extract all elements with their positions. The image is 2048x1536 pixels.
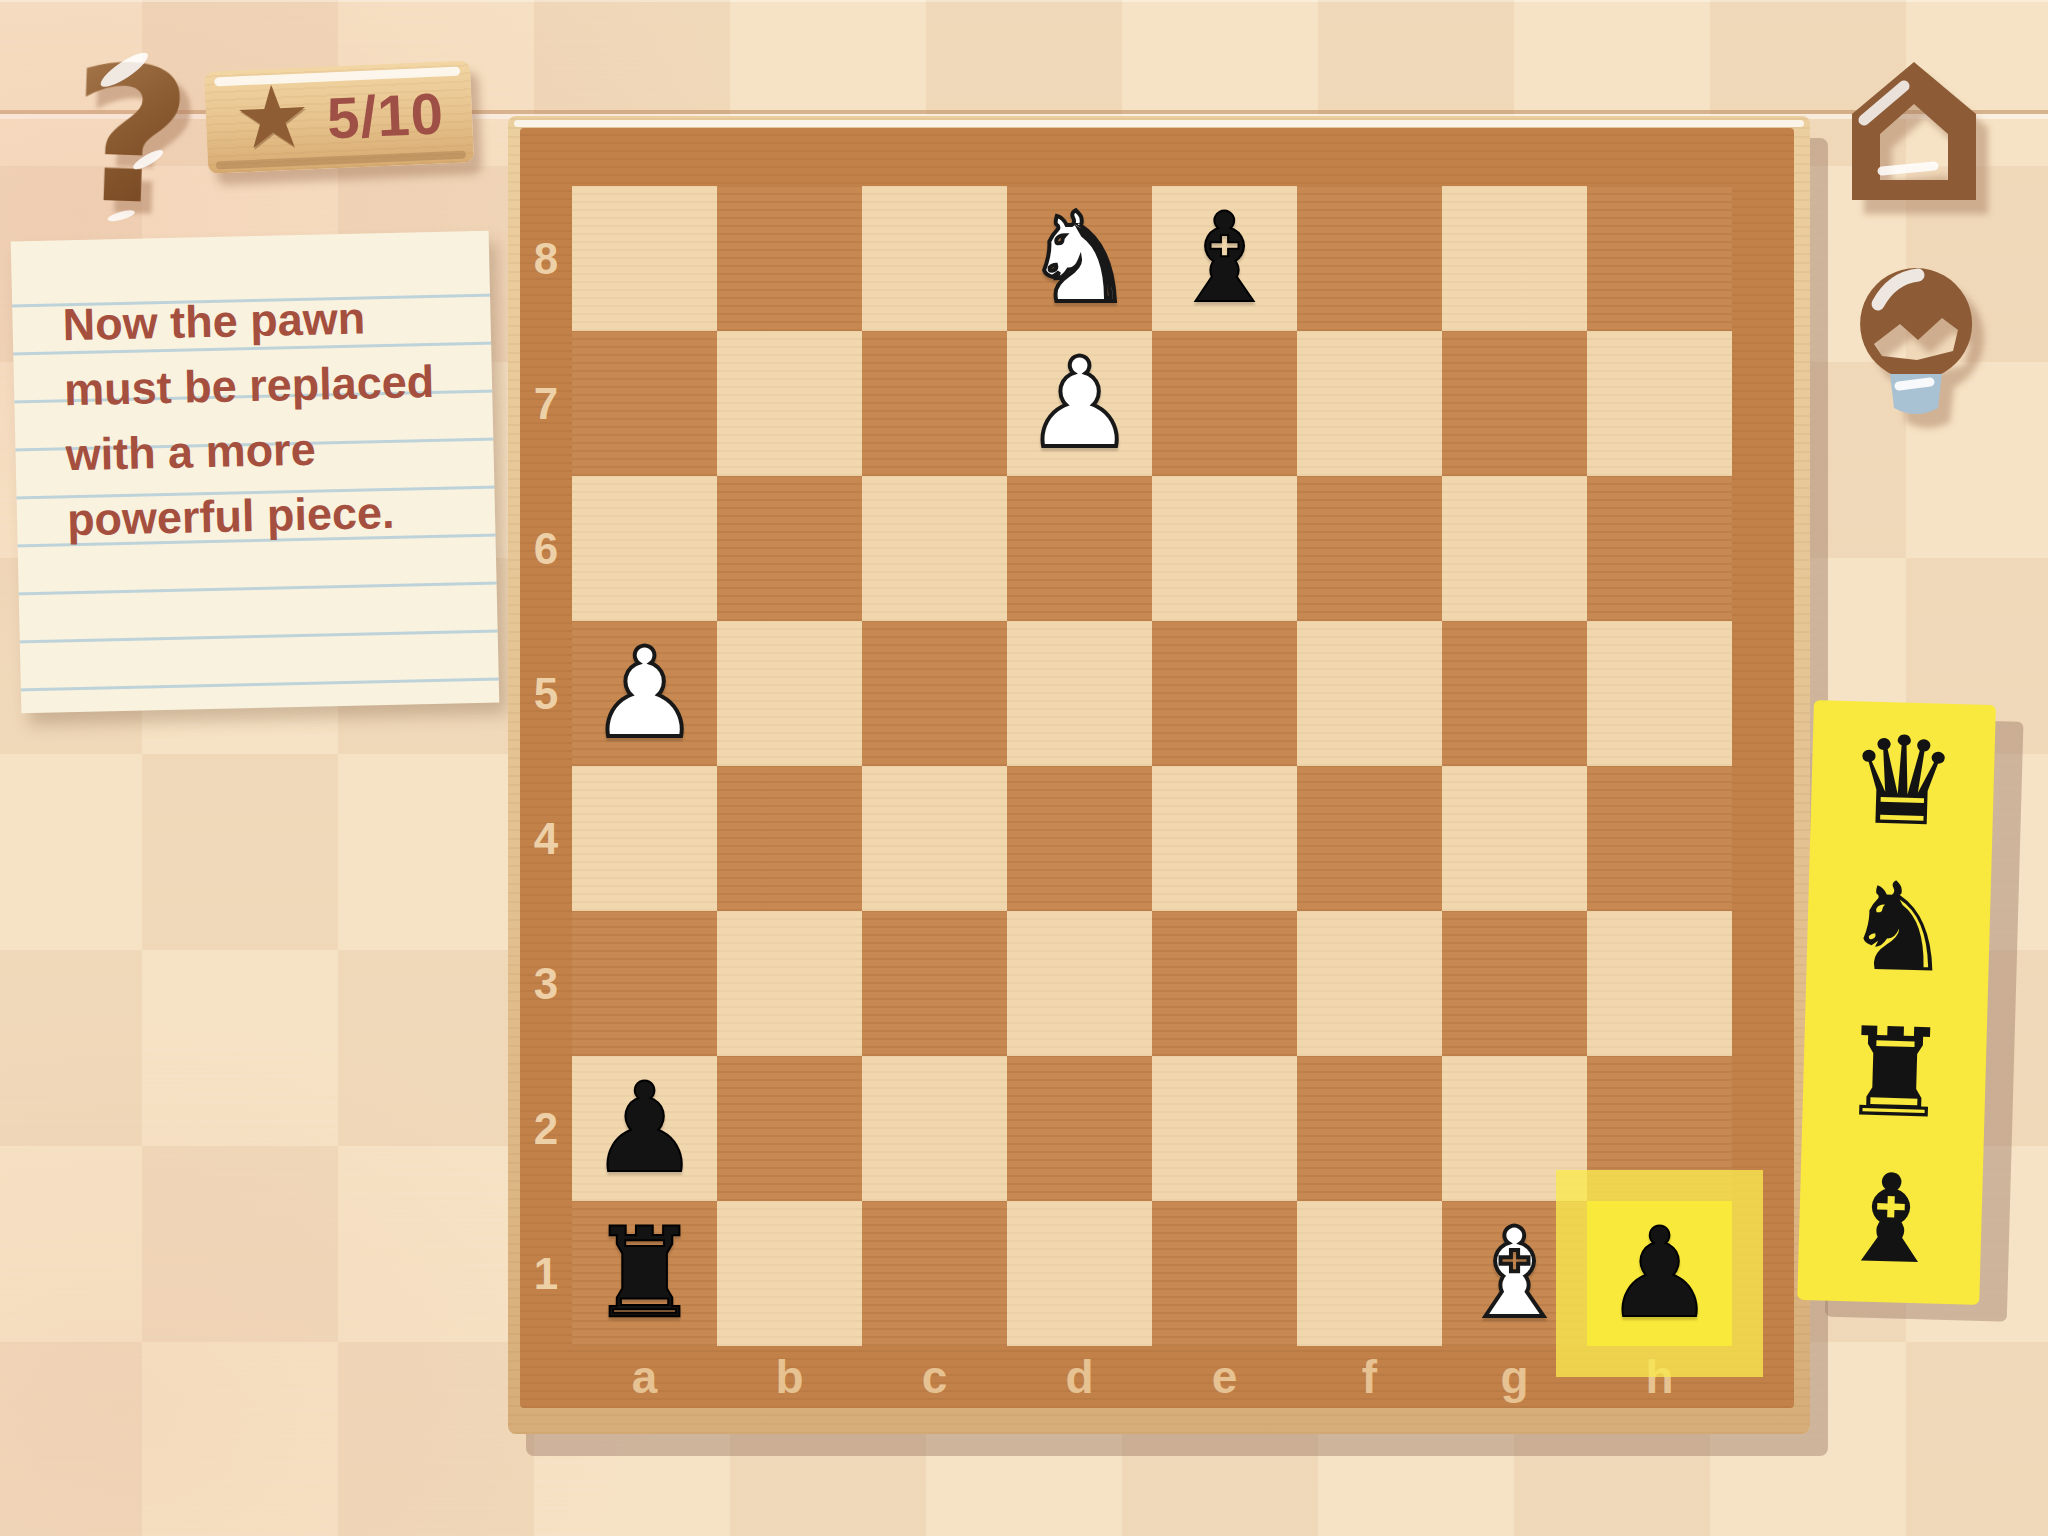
square-e4[interactable] <box>1152 766 1297 911</box>
square-g7[interactable] <box>1442 331 1587 476</box>
square-c5[interactable] <box>862 621 1007 766</box>
star-icon: ★ <box>232 72 313 161</box>
square-d4[interactable] <box>1007 766 1152 911</box>
file-label-e: e <box>1152 1346 1297 1408</box>
app-canvas: ? ★ 5/10 Now the pawnmust be replacedwit… <box>0 0 2048 1536</box>
square-g3[interactable] <box>1442 911 1587 1056</box>
square-e2[interactable] <box>1152 1056 1297 1201</box>
square-a8[interactable] <box>572 186 717 331</box>
square-c3[interactable] <box>862 911 1007 1056</box>
square-b4[interactable] <box>717 766 862 911</box>
square-h3[interactable] <box>1587 911 1732 1056</box>
square-f7[interactable] <box>1297 331 1442 476</box>
square-a4[interactable] <box>572 766 717 911</box>
square-e6[interactable] <box>1152 476 1297 621</box>
rank-label-7: 7 <box>520 331 572 476</box>
square-g6[interactable] <box>1442 476 1587 621</box>
piece-black-rook-a1[interactable]: ♜ <box>572 1201 717 1346</box>
square-f5[interactable] <box>1297 621 1442 766</box>
square-g5[interactable] <box>1442 621 1587 766</box>
piece-black-bishop-e8[interactable]: ♝ <box>1152 186 1297 331</box>
lightbulb-icon <box>1856 262 1978 424</box>
file-label-c: c <box>862 1346 1007 1408</box>
piece-black-pawn-h1[interactable]: ♟ <box>1587 1201 1732 1346</box>
square-d6[interactable] <box>1007 476 1152 621</box>
square-a3[interactable] <box>572 911 717 1056</box>
square-h8[interactable] <box>1587 186 1732 331</box>
promotion-panel: ♛♞♜♝ <box>1797 700 1996 1305</box>
note-line: must be replaced <box>63 348 476 422</box>
note-line: with a more <box>65 413 478 487</box>
file-label-d: d <box>1007 1346 1152 1408</box>
square-a7[interactable] <box>572 331 717 476</box>
file-label-f: f <box>1297 1346 1442 1408</box>
square-b6[interactable] <box>717 476 862 621</box>
rank-label-1: 1 <box>520 1201 572 1346</box>
square-g8[interactable] <box>1442 186 1587 331</box>
square-c6[interactable] <box>862 476 1007 621</box>
square-b7[interactable] <box>717 331 862 476</box>
square-f4[interactable] <box>1297 766 1442 911</box>
square-c2[interactable] <box>862 1056 1007 1201</box>
square-c4[interactable] <box>862 766 1007 911</box>
progress-count: 5/10 <box>326 79 446 151</box>
promotion-option-knight[interactable]: ♞ <box>1806 860 1992 995</box>
square-f8[interactable] <box>1297 186 1442 331</box>
square-h6[interactable] <box>1587 476 1732 621</box>
square-d5[interactable] <box>1007 621 1152 766</box>
square-h4[interactable] <box>1587 766 1732 911</box>
piece-black-pawn-a2[interactable]: ♟ <box>572 1056 717 1201</box>
rank-label-4: 4 <box>520 766 572 911</box>
square-a6[interactable] <box>572 476 717 621</box>
hint-button[interactable] <box>1856 262 1978 428</box>
home-icon <box>1846 58 1982 206</box>
square-d1[interactable] <box>1007 1201 1152 1346</box>
square-c1[interactable] <box>862 1201 1007 1346</box>
square-e5[interactable] <box>1152 621 1297 766</box>
file-label-b: b <box>717 1346 862 1408</box>
square-b1[interactable] <box>717 1201 862 1346</box>
promotion-option-queen[interactable]: ♛ <box>1810 714 1996 849</box>
rank-label-6: 6 <box>520 476 572 621</box>
rank-label-5: 5 <box>520 621 572 766</box>
square-e3[interactable] <box>1152 911 1297 1056</box>
square-h7[interactable] <box>1587 331 1732 476</box>
promotion-option-rook[interactable]: ♜ <box>1802 1006 1988 1141</box>
square-b8[interactable] <box>717 186 862 331</box>
square-f2[interactable] <box>1297 1056 1442 1201</box>
piece-white-pawn-d7[interactable]: ♟ <box>1007 331 1152 476</box>
rank-label-3: 3 <box>520 911 572 1056</box>
piece-white-bishop-g1[interactable]: ♝ <box>1442 1201 1587 1346</box>
piece-white-pawn-a5[interactable]: ♟ <box>572 621 717 766</box>
note-line: Now the pawn <box>62 283 475 357</box>
square-b2[interactable] <box>717 1056 862 1201</box>
square-f6[interactable] <box>1297 476 1442 621</box>
square-e1[interactable] <box>1152 1201 1297 1346</box>
rank-label-2: 2 <box>520 1056 572 1201</box>
square-g4[interactable] <box>1442 766 1587 911</box>
file-label-a: a <box>572 1346 717 1408</box>
home-button[interactable] <box>1846 58 1982 210</box>
square-f3[interactable] <box>1297 911 1442 1056</box>
chess-board: 87654321abcdefgh♞♝♟♟♟♜♝♟ <box>508 116 1810 1434</box>
board-border: 87654321abcdefgh♞♝♟♟♟♜♝♟ <box>520 128 1794 1408</box>
help-button[interactable]: ? <box>67 34 194 238</box>
square-b5[interactable] <box>717 621 862 766</box>
lesson-note: Now the pawnmust be replacedwith a morep… <box>11 231 500 714</box>
square-c7[interactable] <box>862 331 1007 476</box>
square-d3[interactable] <box>1007 911 1152 1056</box>
promotion-option-bishop[interactable]: ♝ <box>1798 1152 1984 1287</box>
note-line: powerful piece. <box>66 478 479 552</box>
square-c8[interactable] <box>862 186 1007 331</box>
rank-label-8: 8 <box>520 186 572 331</box>
square-f1[interactable] <box>1297 1201 1442 1346</box>
square-d2[interactable] <box>1007 1056 1152 1201</box>
square-b3[interactable] <box>717 911 862 1056</box>
square-e7[interactable] <box>1152 331 1297 476</box>
square-h5[interactable] <box>1587 621 1732 766</box>
progress-plaque: ★ 5/10 <box>204 60 474 174</box>
piece-white-knight-d8[interactable]: ♞ <box>1007 186 1152 331</box>
